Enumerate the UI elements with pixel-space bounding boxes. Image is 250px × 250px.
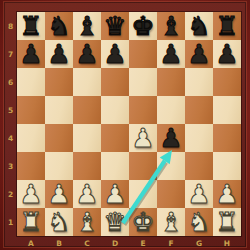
white-bishop-c1[interactable]: ♝ xyxy=(75,208,98,236)
white-pawn-b2[interactable]: ♟ xyxy=(47,180,70,208)
rank-label-4: 4 xyxy=(4,124,17,152)
file-label-c: C xyxy=(73,237,101,249)
black-pawn-a7[interactable]: ♟ xyxy=(19,40,42,68)
chess-board-widget: 87654321 ABCDEFGH ♜♞♝♛♚♝♞♜♟♟♟♟♟♟♟♟♟♟♟♟♟♟… xyxy=(0,0,250,250)
file-label-e: E xyxy=(129,237,157,249)
square-c6[interactable] xyxy=(73,68,101,96)
black-pawn-f7[interactable]: ♟ xyxy=(159,40,182,68)
square-f6[interactable] xyxy=(157,68,185,96)
file-label-g: G xyxy=(185,237,213,249)
square-f4[interactable]: ♟ xyxy=(157,124,185,152)
square-c5[interactable] xyxy=(73,96,101,124)
square-a8[interactable]: ♜ xyxy=(17,12,45,40)
white-pawn-a2[interactable]: ♟ xyxy=(19,180,42,208)
square-d2[interactable]: ♟ xyxy=(101,180,129,208)
file-label-b: B xyxy=(45,237,73,249)
black-pawn-g7[interactable]: ♟ xyxy=(187,40,210,68)
square-g3[interactable] xyxy=(185,152,213,180)
square-e6[interactable] xyxy=(129,68,157,96)
file-labels: ABCDEFGH xyxy=(17,237,241,249)
white-pawn-h2[interactable]: ♟ xyxy=(215,180,238,208)
rank-label-5: 5 xyxy=(4,96,17,124)
black-pawn-f4[interactable]: ♟ xyxy=(159,124,182,152)
black-rook-a8[interactable]: ♜ xyxy=(19,12,42,40)
rank-label-2: 2 xyxy=(4,180,17,208)
black-bishop-f8[interactable]: ♝ xyxy=(159,12,182,40)
white-rook-a1[interactable]: ♜ xyxy=(19,208,42,236)
square-f7[interactable]: ♟ xyxy=(157,40,185,68)
square-e4[interactable]: ♟ xyxy=(129,124,157,152)
square-b8[interactable]: ♞ xyxy=(45,12,73,40)
black-knight-g8[interactable]: ♞ xyxy=(187,12,210,40)
square-c1[interactable]: ♝ xyxy=(73,208,101,236)
black-bishop-c8[interactable]: ♝ xyxy=(75,12,98,40)
square-e8[interactable]: ♚ xyxy=(129,12,157,40)
square-e2[interactable] xyxy=(129,180,157,208)
white-knight-g1[interactable]: ♞ xyxy=(187,208,210,236)
square-h2[interactable]: ♟ xyxy=(213,180,241,208)
black-knight-b8[interactable]: ♞ xyxy=(47,12,70,40)
square-h6[interactable] xyxy=(213,68,241,96)
square-b7[interactable]: ♟ xyxy=(45,40,73,68)
square-d4[interactable] xyxy=(101,124,129,152)
square-b2[interactable]: ♟ xyxy=(45,180,73,208)
white-pawn-e4[interactable]: ♟ xyxy=(131,124,154,152)
white-knight-b1[interactable]: ♞ xyxy=(47,208,70,236)
black-pawn-c7[interactable]: ♟ xyxy=(75,40,98,68)
file-label-a: A xyxy=(17,237,45,249)
square-a4[interactable] xyxy=(17,124,45,152)
square-b1[interactable]: ♞ xyxy=(45,208,73,236)
rank-label-8: 8 xyxy=(4,12,17,40)
square-b3[interactable] xyxy=(45,152,73,180)
square-e5[interactable] xyxy=(129,96,157,124)
square-f5[interactable] xyxy=(157,96,185,124)
white-pawn-g2[interactable]: ♟ xyxy=(187,180,210,208)
square-a5[interactable] xyxy=(17,96,45,124)
square-d6[interactable] xyxy=(101,68,129,96)
square-g6[interactable] xyxy=(185,68,213,96)
square-g4[interactable] xyxy=(185,124,213,152)
square-d1[interactable]: ♛ xyxy=(101,208,129,236)
chess-board: ♜♞♝♛♚♝♞♜♟♟♟♟♟♟♟♟♟♟♟♟♟♟♟♜♞♝♛♚♝♞♜ xyxy=(17,12,241,236)
square-c4[interactable] xyxy=(73,124,101,152)
square-b5[interactable] xyxy=(45,96,73,124)
square-c3[interactable] xyxy=(73,152,101,180)
rank-label-7: 7 xyxy=(4,40,17,68)
square-e7[interactable] xyxy=(129,40,157,68)
square-h5[interactable] xyxy=(213,96,241,124)
square-e3[interactable] xyxy=(129,152,157,180)
square-b6[interactable] xyxy=(45,68,73,96)
rank-label-1: 1 xyxy=(4,208,17,236)
square-c7[interactable]: ♟ xyxy=(73,40,101,68)
square-c2[interactable]: ♟ xyxy=(73,180,101,208)
square-f3[interactable] xyxy=(157,152,185,180)
square-a2[interactable]: ♟ xyxy=(17,180,45,208)
rank-labels: 87654321 xyxy=(4,12,17,236)
square-h4[interactable] xyxy=(213,124,241,152)
square-a6[interactable] xyxy=(17,68,45,96)
square-c8[interactable]: ♝ xyxy=(73,12,101,40)
white-rook-h1[interactable]: ♜ xyxy=(215,208,238,236)
square-b4[interactable] xyxy=(45,124,73,152)
square-e1[interactable]: ♚ xyxy=(129,208,157,236)
black-pawn-b7[interactable]: ♟ xyxy=(47,40,70,68)
square-g1[interactable]: ♞ xyxy=(185,208,213,236)
square-h7[interactable]: ♟ xyxy=(213,40,241,68)
square-a1[interactable]: ♜ xyxy=(17,208,45,236)
black-pawn-h7[interactable]: ♟ xyxy=(215,40,238,68)
square-a7[interactable]: ♟ xyxy=(17,40,45,68)
file-label-h: H xyxy=(213,237,241,249)
file-label-f: F xyxy=(157,237,185,249)
square-f2[interactable] xyxy=(157,180,185,208)
square-g2[interactable]: ♟ xyxy=(185,180,213,208)
rank-label-6: 6 xyxy=(4,68,17,96)
square-d8[interactable]: ♛ xyxy=(101,12,129,40)
white-bishop-f1[interactable]: ♝ xyxy=(159,208,182,236)
square-a3[interactable] xyxy=(17,152,45,180)
square-d3[interactable] xyxy=(101,152,129,180)
square-f1[interactable]: ♝ xyxy=(157,208,185,236)
white-pawn-c2[interactable]: ♟ xyxy=(75,180,98,208)
black-rook-h8[interactable]: ♜ xyxy=(215,12,238,40)
square-g5[interactable] xyxy=(185,96,213,124)
square-f8[interactable]: ♝ xyxy=(157,12,185,40)
square-h3[interactable] xyxy=(213,152,241,180)
white-king-e1[interactable]: ♚ xyxy=(131,208,154,236)
square-g7[interactable]: ♟ xyxy=(185,40,213,68)
square-h1[interactable]: ♜ xyxy=(213,208,241,236)
file-label-d: D xyxy=(101,237,129,249)
black-pawn-d7[interactable]: ♟ xyxy=(103,40,126,68)
board-frame: 87654321 ABCDEFGH ♜♞♝♛♚♝♞♜♟♟♟♟♟♟♟♟♟♟♟♟♟♟… xyxy=(4,2,246,247)
square-h8[interactable]: ♜ xyxy=(213,12,241,40)
square-g8[interactable]: ♞ xyxy=(185,12,213,40)
black-queen-d8[interactable]: ♛ xyxy=(103,12,126,40)
black-king-e8[interactable]: ♚ xyxy=(131,12,154,40)
square-d5[interactable] xyxy=(101,96,129,124)
white-pawn-d2[interactable]: ♟ xyxy=(103,180,126,208)
rank-label-3: 3 xyxy=(4,152,17,180)
white-queen-d1[interactable]: ♛ xyxy=(103,208,126,236)
square-d7[interactable]: ♟ xyxy=(101,40,129,68)
